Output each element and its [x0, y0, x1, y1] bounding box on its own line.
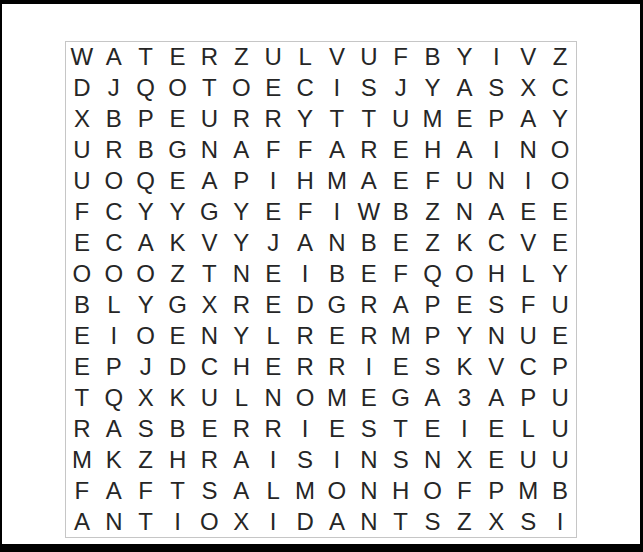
grid-cell[interactable]: R	[289, 351, 321, 382]
grid-cell[interactable]: E	[162, 166, 194, 197]
grid-cell[interactable]: E	[257, 290, 289, 321]
grid-cell[interactable]: Y	[417, 73, 449, 104]
grid-cell[interactable]: E	[353, 382, 385, 413]
grid-cell[interactable]: B	[66, 290, 98, 321]
grid-cell[interactable]: B	[98, 104, 130, 135]
grid-cell[interactable]: O	[225, 73, 257, 104]
grid-cell[interactable]: S	[417, 506, 449, 537]
grid-cell[interactable]: S	[194, 475, 226, 506]
grid-cell[interactable]: I	[257, 166, 289, 197]
grid-cell[interactable]: A	[98, 413, 130, 444]
grid-cell[interactable]: U	[512, 444, 544, 475]
grid-cell[interactable]: D	[162, 351, 194, 382]
grid-cell[interactable]: A	[225, 475, 257, 506]
grid-cell[interactable]: X	[130, 382, 162, 413]
grid-cell[interactable]: N	[353, 475, 385, 506]
grid-cell[interactable]: Z	[417, 228, 449, 259]
grid-cell[interactable]: V	[321, 42, 353, 73]
grid-cell[interactable]: A	[449, 135, 481, 166]
grid-cell[interactable]: E	[257, 197, 289, 228]
grid-cell[interactable]: Y	[449, 42, 481, 73]
grid-cell[interactable]: M	[289, 475, 321, 506]
grid-cell[interactable]: D	[66, 73, 98, 104]
grid-cell[interactable]: U	[385, 104, 417, 135]
grid-cell[interactable]: E	[194, 413, 226, 444]
grid-cell[interactable]: Q	[417, 259, 449, 290]
grid-cell[interactable]: P	[544, 351, 576, 382]
grid-cell[interactable]: H	[385, 475, 417, 506]
grid-cell[interactable]: E	[385, 228, 417, 259]
grid-cell[interactable]: A	[194, 166, 226, 197]
grid-cell[interactable]: I	[289, 413, 321, 444]
grid-cell[interactable]: A	[98, 475, 130, 506]
grid-cell[interactable]: T	[162, 475, 194, 506]
grid-cell[interactable]: G	[162, 135, 194, 166]
grid-cell[interactable]: S	[480, 73, 512, 104]
grid-cell[interactable]: L	[512, 413, 544, 444]
grid-cell[interactable]: I	[480, 42, 512, 73]
grid-cell[interactable]: N	[512, 135, 544, 166]
grid-cell[interactable]: N	[194, 320, 226, 351]
grid-cell[interactable]: K	[162, 228, 194, 259]
grid-cell[interactable]: X	[449, 444, 481, 475]
grid-cell[interactable]: E	[257, 259, 289, 290]
grid-cell[interactable]: Q	[130, 73, 162, 104]
grid-cell[interactable]: F	[449, 475, 481, 506]
grid-cell[interactable]: B	[321, 259, 353, 290]
grid-cell[interactable]: E	[66, 320, 98, 351]
grid-cell[interactable]: R	[353, 290, 385, 321]
grid-cell[interactable]: J	[257, 228, 289, 259]
grid-cell[interactable]: O	[98, 166, 130, 197]
grid-cell[interactable]: S	[385, 444, 417, 475]
grid-cell[interactable]: E	[162, 42, 194, 73]
grid-cell[interactable]: B	[130, 135, 162, 166]
grid-cell[interactable]: T	[130, 506, 162, 537]
grid-cell[interactable]: Q	[130, 166, 162, 197]
grid-cell[interactable]: S	[353, 73, 385, 104]
grid-cell[interactable]: R	[321, 351, 353, 382]
grid-cell[interactable]: Y	[225, 228, 257, 259]
grid-cell[interactable]: U	[544, 290, 576, 321]
grid-cell[interactable]: L	[257, 320, 289, 351]
grid-cell[interactable]: R	[353, 135, 385, 166]
grid-cell[interactable]: G	[162, 290, 194, 321]
grid-cell[interactable]: O	[289, 382, 321, 413]
grid-cell[interactable]: E	[480, 444, 512, 475]
grid-cell[interactable]: C	[544, 73, 576, 104]
grid-cell[interactable]: F	[257, 135, 289, 166]
grid-cell[interactable]: Y	[162, 197, 194, 228]
grid-cell[interactable]: C	[480, 228, 512, 259]
grid-cell[interactable]: T	[66, 382, 98, 413]
grid-cell[interactable]: E	[321, 320, 353, 351]
grid-cell[interactable]: K	[98, 444, 130, 475]
grid-cell[interactable]: O	[449, 259, 481, 290]
grid-cell[interactable]: O	[162, 73, 194, 104]
grid-cell[interactable]: V	[512, 228, 544, 259]
grid-cell[interactable]: R	[194, 42, 226, 73]
grid-cell[interactable]: R	[257, 413, 289, 444]
grid-cell[interactable]: N	[417, 444, 449, 475]
grid-cell[interactable]: E	[449, 104, 481, 135]
grid-cell[interactable]: C	[98, 228, 130, 259]
grid-cell[interactable]: Z	[225, 42, 257, 73]
grid-cell[interactable]: Y	[130, 290, 162, 321]
grid-cell[interactable]: I	[257, 506, 289, 537]
grid-cell[interactable]: R	[353, 320, 385, 351]
grid-cell[interactable]: E	[321, 413, 353, 444]
grid-cell[interactable]: U	[544, 413, 576, 444]
grid-cell[interactable]: V	[480, 351, 512, 382]
grid-cell[interactable]: R	[225, 413, 257, 444]
grid-cell[interactable]: J	[130, 351, 162, 382]
grid-cell[interactable]: B	[353, 228, 385, 259]
grid-cell[interactable]: M	[66, 444, 98, 475]
grid-cell[interactable]: U	[449, 166, 481, 197]
grid-cell[interactable]: X	[225, 506, 257, 537]
grid-cell[interactable]: T	[130, 42, 162, 73]
grid-cell[interactable]: G	[194, 197, 226, 228]
grid-cell[interactable]: A	[98, 42, 130, 73]
grid-cell[interactable]: M	[385, 320, 417, 351]
grid-cell[interactable]: K	[449, 228, 481, 259]
grid-cell[interactable]: M	[417, 104, 449, 135]
grid-cell[interactable]: F	[512, 290, 544, 321]
grid-cell[interactable]: P	[512, 382, 544, 413]
grid-cell[interactable]: N	[321, 228, 353, 259]
grid-cell[interactable]: E	[385, 166, 417, 197]
grid-cell[interactable]: U	[194, 104, 226, 135]
grid-cell[interactable]: T	[194, 73, 226, 104]
grid-cell[interactable]: Z	[162, 259, 194, 290]
grid-cell[interactable]: B	[385, 197, 417, 228]
grid-cell[interactable]: C	[512, 351, 544, 382]
grid-cell[interactable]: L	[512, 259, 544, 290]
grid-cell[interactable]: N	[353, 444, 385, 475]
grid-cell[interactable]: Z	[130, 444, 162, 475]
grid-cell[interactable]: I	[321, 444, 353, 475]
grid-cell[interactable]: W	[353, 197, 385, 228]
grid-cell[interactable]: E	[544, 197, 576, 228]
grid-cell[interactable]: S	[480, 290, 512, 321]
grid-cell[interactable]: E	[353, 259, 385, 290]
grid-cell[interactable]: T	[385, 413, 417, 444]
grid-cell[interactable]: F	[385, 42, 417, 73]
grid-cell[interactable]: E	[385, 351, 417, 382]
grid-cell[interactable]: F	[289, 135, 321, 166]
grid-cell[interactable]: O	[130, 259, 162, 290]
grid-cell[interactable]: J	[385, 73, 417, 104]
grid-cell[interactable]: Z	[544, 42, 576, 73]
grid-cell[interactable]: E	[385, 135, 417, 166]
grid-cell[interactable]: O	[321, 475, 353, 506]
grid-cell[interactable]: P	[130, 104, 162, 135]
grid-cell[interactable]: P	[225, 166, 257, 197]
grid-cell[interactable]: Q	[98, 382, 130, 413]
image-frame: WATERZULVUFBYIVZDJQOTOECISJYASXCXBPEURRY…	[0, 0, 643, 552]
grid-cell[interactable]: S	[130, 413, 162, 444]
grid-cell[interactable]: R	[225, 104, 257, 135]
grid-cell[interactable]: F	[66, 197, 98, 228]
grid-cell[interactable]: U	[512, 320, 544, 351]
grid-cell[interactable]: F	[289, 197, 321, 228]
grid-cell[interactable]: E	[512, 197, 544, 228]
grid-cell[interactable]: Y	[225, 197, 257, 228]
grid-cell[interactable]: T	[385, 506, 417, 537]
grid-cell[interactable]: F	[385, 259, 417, 290]
grid-cell[interactable]: B	[544, 475, 576, 506]
grid-cell[interactable]: P	[480, 104, 512, 135]
grid-cell[interactable]: D	[289, 506, 321, 537]
grid-cell[interactable]: U	[544, 444, 576, 475]
grid-cell[interactable]: T	[353, 104, 385, 135]
grid-cell[interactable]: H	[480, 259, 512, 290]
grid-cell[interactable]: C	[289, 73, 321, 104]
grid-cell[interactable]: N	[449, 197, 481, 228]
grid-cell[interactable]: W	[66, 42, 98, 73]
grid-cell[interactable]: M	[321, 382, 353, 413]
grid-cell[interactable]: I	[353, 351, 385, 382]
grid-cell[interactable]: I	[289, 259, 321, 290]
grid-cell[interactable]: E	[449, 290, 481, 321]
grid-cell[interactable]: P	[480, 475, 512, 506]
grid-cell[interactable]: Y	[544, 259, 576, 290]
grid-cell[interactable]: R	[66, 413, 98, 444]
grid-cell[interactable]: E	[480, 413, 512, 444]
grid-cell[interactable]: I	[162, 506, 194, 537]
grid-cell[interactable]: S	[512, 506, 544, 537]
grid-cell[interactable]: M	[321, 166, 353, 197]
grid-cell[interactable]: E	[544, 228, 576, 259]
grid-cell[interactable]: S	[353, 413, 385, 444]
grid-cell[interactable]: L	[98, 290, 130, 321]
grid-cell[interactable]: Y	[130, 197, 162, 228]
grid-cell[interactable]: Y	[289, 104, 321, 135]
grid-cell[interactable]: A	[480, 382, 512, 413]
grid-cell[interactable]: E	[417, 413, 449, 444]
grid-cell[interactable]: I	[98, 320, 130, 351]
grid-cell[interactable]: E	[257, 351, 289, 382]
grid-cell[interactable]: V	[194, 228, 226, 259]
grid-cell[interactable]: L	[289, 42, 321, 73]
grid-cell[interactable]: E	[66, 351, 98, 382]
grid-cell[interactable]: B	[417, 42, 449, 73]
grid-cell[interactable]: F	[130, 475, 162, 506]
grid-cell[interactable]: S	[417, 351, 449, 382]
grid-cell[interactable]: N	[480, 166, 512, 197]
grid-cell[interactable]: A	[289, 228, 321, 259]
grid-cell[interactable]: I	[480, 135, 512, 166]
grid-cell[interactable]: P	[98, 351, 130, 382]
grid-cell[interactable]: H	[162, 444, 194, 475]
grid-cell[interactable]: 3	[449, 382, 481, 413]
grid-cell[interactable]: Z	[417, 197, 449, 228]
grid-cell[interactable]: E	[544, 320, 576, 351]
grid-cell[interactable]: I	[544, 506, 576, 537]
grid-cell[interactable]: U	[194, 382, 226, 413]
grid-cell[interactable]: P	[417, 320, 449, 351]
grid-cell[interactable]: A	[417, 382, 449, 413]
grid-cell[interactable]: Y	[225, 320, 257, 351]
grid-cell[interactable]: X	[194, 290, 226, 321]
grid-cell[interactable]: K	[162, 382, 194, 413]
grid-cell[interactable]: U	[66, 135, 98, 166]
grid-cell[interactable]: V	[512, 42, 544, 73]
grid-cell[interactable]: R	[257, 104, 289, 135]
grid-cell[interactable]: A	[66, 506, 98, 537]
grid-cell[interactable]: N	[225, 259, 257, 290]
grid-cell[interactable]: H	[289, 166, 321, 197]
grid-cell[interactable]: F	[66, 475, 98, 506]
grid-cell[interactable]: M	[512, 475, 544, 506]
grid-cell[interactable]: X	[66, 104, 98, 135]
grid-cell[interactable]: G	[321, 290, 353, 321]
grid-cell[interactable]: E	[162, 320, 194, 351]
grid-cell[interactable]: U	[66, 166, 98, 197]
grid-cell[interactable]: I	[321, 197, 353, 228]
grid-cell[interactable]: I	[321, 73, 353, 104]
grid-cell[interactable]: N	[353, 506, 385, 537]
grid-cell[interactable]: A	[225, 444, 257, 475]
grid-cell[interactable]: J	[98, 73, 130, 104]
grid-cell[interactable]: O	[544, 135, 576, 166]
grid-cell[interactable]: S	[289, 444, 321, 475]
grid-cell[interactable]: O	[194, 506, 226, 537]
grid-cell[interactable]: X	[480, 506, 512, 537]
grid-cell[interactable]: R	[225, 290, 257, 321]
grid-cell[interactable]: R	[98, 135, 130, 166]
grid-cell[interactable]: N	[98, 506, 130, 537]
grid-cell[interactable]: O	[66, 259, 98, 290]
grid-cell[interactable]: R	[289, 320, 321, 351]
grid-cell[interactable]: N	[480, 320, 512, 351]
grid-cell[interactable]: Y	[449, 320, 481, 351]
grid-cell[interactable]: N	[194, 135, 226, 166]
grid-cell[interactable]: A	[130, 228, 162, 259]
grid-cell[interactable]: A	[225, 135, 257, 166]
grid-cell[interactable]: E	[162, 104, 194, 135]
grid-cell[interactable]: T	[194, 259, 226, 290]
grid-cell[interactable]: K	[449, 351, 481, 382]
grid-cell[interactable]: A	[321, 135, 353, 166]
grid-cell[interactable]: L	[225, 382, 257, 413]
grid-cell[interactable]: R	[194, 444, 226, 475]
grid-cell[interactable]: A	[512, 104, 544, 135]
grid-cell[interactable]: A	[353, 166, 385, 197]
grid-cell[interactable]: A	[385, 290, 417, 321]
grid-cell[interactable]: O	[417, 475, 449, 506]
grid-cell[interactable]: O	[98, 259, 130, 290]
grid-cell[interactable]: Y	[544, 104, 576, 135]
grid-cell[interactable]: H	[417, 135, 449, 166]
grid-cell[interactable]: U	[353, 42, 385, 73]
grid-cell[interactable]: P	[417, 290, 449, 321]
grid-cell[interactable]: Z	[449, 506, 481, 537]
grid-cell[interactable]: L	[257, 475, 289, 506]
grid-cell[interactable]: N	[257, 382, 289, 413]
grid-cell[interactable]: F	[417, 166, 449, 197]
grid-cell[interactable]: C	[194, 351, 226, 382]
grid-cell[interactable]: H	[225, 351, 257, 382]
grid-cell[interactable]: I	[512, 166, 544, 197]
grid-cell[interactable]: D	[289, 290, 321, 321]
grid-cell[interactable]: A	[449, 73, 481, 104]
grid-cell[interactable]: I	[449, 413, 481, 444]
grid-cell[interactable]: T	[321, 104, 353, 135]
grid-cell[interactable]: A	[480, 197, 512, 228]
grid-cell[interactable]: C	[98, 197, 130, 228]
word-search-board: WATERZULVUFBYIVZDJQOTOECISJYASXCXBPEURRY…	[65, 41, 577, 538]
grid-cell[interactable]: G	[385, 382, 417, 413]
grid-cell[interactable]: U	[544, 382, 576, 413]
grid-cell[interactable]: E	[257, 73, 289, 104]
grid-cell[interactable]: E	[66, 228, 98, 259]
grid-cell[interactable]: X	[512, 73, 544, 104]
grid-cell[interactable]: O	[130, 320, 162, 351]
grid-cell[interactable]: I	[257, 444, 289, 475]
grid-cell[interactable]: A	[321, 506, 353, 537]
grid-cell[interactable]: U	[257, 42, 289, 73]
grid-cell[interactable]: O	[544, 166, 576, 197]
grid-cell[interactable]: B	[162, 413, 194, 444]
